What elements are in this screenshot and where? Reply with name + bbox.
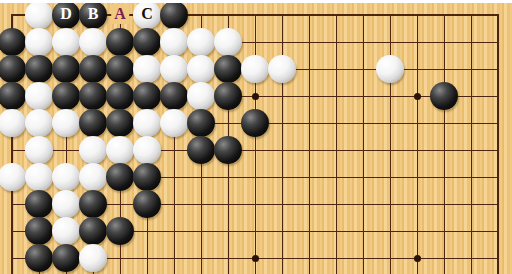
black-stone[interactable] (133, 28, 161, 56)
black-stone[interactable] (0, 55, 26, 83)
black-stone[interactable] (25, 244, 53, 272)
grid-vline (471, 14, 472, 274)
black-stone[interactable] (0, 82, 26, 110)
point-label-C: C (141, 6, 153, 22)
black-stone[interactable] (214, 82, 242, 110)
black-stone[interactable] (25, 190, 53, 218)
grid-vline (417, 14, 418, 274)
black-stone[interactable] (79, 55, 107, 83)
white-stone[interactable] (133, 55, 161, 83)
star-point (252, 255, 259, 262)
black-stone[interactable] (133, 190, 161, 218)
white-stone[interactable] (79, 244, 107, 272)
white-stone[interactable] (133, 109, 161, 137)
white-stone[interactable] (106, 136, 134, 164)
black-stone[interactable] (79, 190, 107, 218)
grid-vline (444, 14, 445, 274)
grid-vline (336, 14, 337, 274)
black-stone[interactable] (133, 163, 161, 191)
black-stone[interactable] (160, 82, 188, 110)
black-stone[interactable] (52, 82, 80, 110)
point-label-B: B (88, 6, 99, 22)
white-stone[interactable] (214, 28, 242, 56)
go-diagram: DBAC (0, 0, 512, 274)
white-stone[interactable] (52, 163, 80, 191)
white-stone[interactable] (79, 28, 107, 56)
black-stone[interactable] (106, 82, 134, 110)
black-stone[interactable] (160, 3, 188, 29)
grid-vline (282, 14, 283, 274)
point-label-A[interactable]: A (111, 4, 129, 24)
black-stone[interactable] (106, 163, 134, 191)
black-stone[interactable] (25, 217, 53, 245)
white-stone[interactable] (79, 163, 107, 191)
white-stone[interactable] (52, 217, 80, 245)
black-stone[interactable] (79, 109, 107, 137)
black-stone[interactable] (106, 55, 134, 83)
point-label-D: D (60, 6, 72, 22)
black-stone[interactable] (79, 217, 107, 245)
black-stone[interactable] (79, 82, 107, 110)
star-point (414, 255, 421, 262)
black-stone[interactable] (106, 217, 134, 245)
black-stone[interactable] (52, 244, 80, 272)
black-stone[interactable] (187, 136, 215, 164)
black-stone[interactable] (430, 82, 458, 110)
star-point (252, 93, 259, 100)
go-board[interactable]: DBAC (0, 3, 512, 274)
grid-vline (390, 14, 391, 274)
white-stone[interactable] (133, 136, 161, 164)
white-stone[interactable] (160, 28, 188, 56)
white-stone[interactable] (79, 136, 107, 164)
black-stone[interactable] (133, 82, 161, 110)
white-stone[interactable] (25, 163, 53, 191)
black-stone[interactable] (106, 28, 134, 56)
grid-vline (255, 14, 256, 274)
white-stone[interactable] (25, 28, 53, 56)
white-stone[interactable] (25, 109, 53, 137)
black-stone[interactable] (52, 55, 80, 83)
white-stone[interactable] (0, 109, 26, 137)
grid-vline (363, 14, 364, 274)
black-stone[interactable] (214, 136, 242, 164)
top-border (0, 0, 512, 3)
white-stone[interactable] (187, 82, 215, 110)
black-stone[interactable] (187, 109, 215, 137)
black-stone[interactable] (241, 109, 269, 137)
white-stone[interactable] (52, 109, 80, 137)
white-stone[interactable] (52, 190, 80, 218)
white-stone[interactable] (268, 55, 296, 83)
white-stone[interactable] (160, 109, 188, 137)
grid-vline (309, 14, 310, 274)
white-stone[interactable] (25, 3, 53, 29)
white-stone[interactable] (187, 55, 215, 83)
star-point (414, 93, 421, 100)
white-stone[interactable] (241, 55, 269, 83)
grid-vline (497, 14, 499, 274)
white-stone[interactable] (187, 28, 215, 56)
white-stone[interactable] (160, 55, 188, 83)
black-stone[interactable] (106, 109, 134, 137)
black-stone[interactable] (214, 55, 242, 83)
black-stone[interactable] (25, 55, 53, 83)
white-stone[interactable] (376, 55, 404, 83)
black-stone[interactable] (0, 28, 26, 56)
white-stone[interactable] (25, 82, 53, 110)
white-stone[interactable] (0, 163, 26, 191)
white-stone[interactable] (25, 136, 53, 164)
white-stone[interactable] (52, 28, 80, 56)
